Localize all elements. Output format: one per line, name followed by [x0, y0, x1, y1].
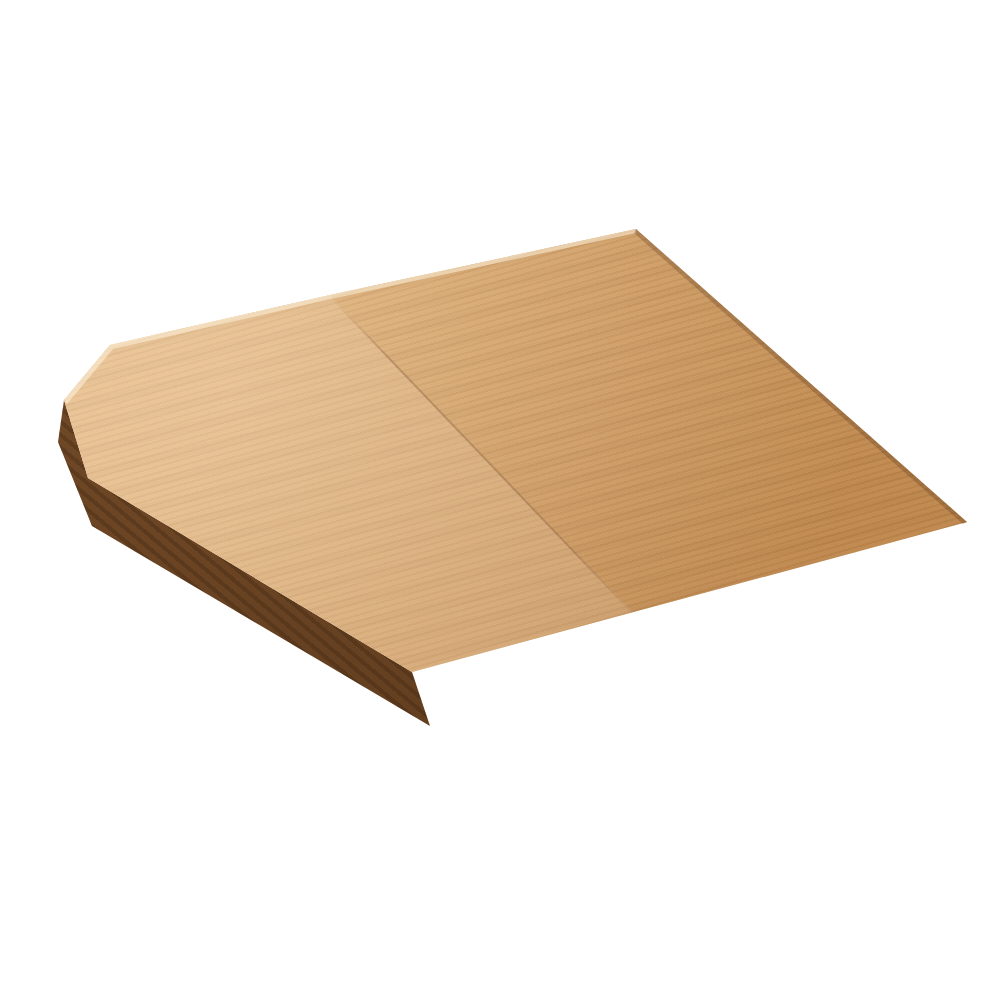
product-photo-stage: [0, 0, 1000, 1000]
